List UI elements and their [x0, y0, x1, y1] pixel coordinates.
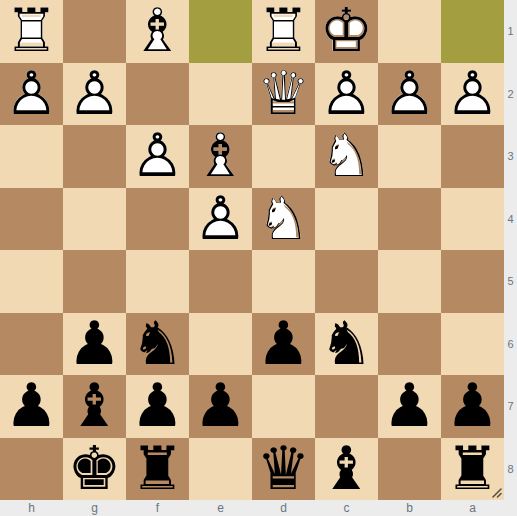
white-bishop-e3[interactable]: ♝♗	[189, 125, 252, 188]
white-pawn-g2[interactable]: ♟♙	[63, 63, 126, 126]
black-pawn-e7[interactable]: ♟	[189, 375, 252, 438]
square-g7[interactable]: ♝	[63, 375, 126, 438]
square-h8[interactable]	[0, 438, 63, 501]
square-e4[interactable]: ♟♙	[189, 188, 252, 251]
black-knight-c6[interactable]: ♞	[315, 313, 378, 376]
square-f5[interactable]	[126, 250, 189, 313]
square-d3[interactable]	[252, 125, 315, 188]
square-c3[interactable]: ♞♘	[315, 125, 378, 188]
square-c8[interactable]: ♝	[315, 438, 378, 501]
square-e2[interactable]	[189, 63, 252, 126]
black-knight-f6[interactable]: ♞	[126, 313, 189, 376]
square-g1[interactable]	[63, 0, 126, 63]
black-rook-f8[interactable]: ♜	[126, 438, 189, 501]
square-a7[interactable]: ♟	[441, 375, 504, 438]
square-g6[interactable]: ♟	[63, 313, 126, 376]
white-rook-h1[interactable]: ♜♖	[0, 0, 63, 63]
square-d2[interactable]: ♛♕	[252, 63, 315, 126]
square-h1[interactable]: ♜♖	[0, 0, 63, 63]
square-b5[interactable]	[378, 250, 441, 313]
file-label-h: h	[0, 500, 63, 516]
file-label-f: f	[126, 500, 189, 516]
square-d8[interactable]: ♛	[252, 438, 315, 501]
square-f8[interactable]: ♜	[126, 438, 189, 501]
black-pawn-g6[interactable]: ♟	[63, 313, 126, 376]
square-d6[interactable]: ♟	[252, 313, 315, 376]
white-pawn-h2[interactable]: ♟♙	[0, 63, 63, 126]
board-resize-handle-icon[interactable]	[489, 485, 504, 500]
square-c1[interactable]: ♚♔	[315, 0, 378, 63]
rank-label-1: 1	[504, 0, 517, 63]
file-label-g: g	[63, 500, 126, 516]
chess-app: ♜♖♝♗♜♖♚♔♟♙♟♙♛♕♟♙♟♙♟♙♟♙♝♗♞♘♟♙♞♘♟♞♟♞♟♝♟♟♟♟…	[0, 0, 517, 516]
square-h5[interactable]	[0, 250, 63, 313]
black-pawn-a7[interactable]: ♟	[441, 375, 504, 438]
black-queen-d8[interactable]: ♛	[252, 438, 315, 501]
square-e8[interactable]	[189, 438, 252, 501]
white-pawn-a2[interactable]: ♟♙	[441, 63, 504, 126]
square-e7[interactable]: ♟	[189, 375, 252, 438]
file-label-e: e	[189, 500, 252, 516]
square-g2[interactable]: ♟♙	[63, 63, 126, 126]
black-pawn-h7[interactable]: ♟	[0, 375, 63, 438]
square-h2[interactable]: ♟♙	[0, 63, 63, 126]
square-g8[interactable]: ♚	[63, 438, 126, 501]
rank-label-6: 6	[504, 313, 517, 376]
square-f1[interactable]: ♝♗	[126, 0, 189, 63]
square-b1[interactable]	[378, 0, 441, 63]
file-coordinates: hgfedcba	[0, 500, 504, 516]
square-d1[interactable]: ♜♖	[252, 0, 315, 63]
white-queen-d2[interactable]: ♛♕	[252, 63, 315, 126]
black-pawn-f7[interactable]: ♟	[126, 375, 189, 438]
rank-label-2: 2	[504, 63, 517, 126]
file-label-c: c	[315, 500, 378, 516]
square-a5[interactable]	[441, 250, 504, 313]
square-f4[interactable]	[126, 188, 189, 251]
square-e6[interactable]	[189, 313, 252, 376]
white-rook-d1[interactable]: ♜♖	[252, 0, 315, 63]
square-a6[interactable]	[441, 313, 504, 376]
square-d7[interactable]	[252, 375, 315, 438]
white-bishop-f1[interactable]: ♝♗	[126, 0, 189, 63]
black-bishop-c8[interactable]: ♝	[315, 438, 378, 501]
square-b6[interactable]	[378, 313, 441, 376]
rank-label-5: 5	[504, 250, 517, 313]
square-g3[interactable]	[63, 125, 126, 188]
file-label-a: a	[441, 500, 504, 516]
square-g4[interactable]	[63, 188, 126, 251]
black-pawn-b7[interactable]: ♟	[378, 375, 441, 438]
square-a1[interactable]	[441, 0, 504, 63]
chess-board: ♜♖♝♗♜♖♚♔♟♙♟♙♛♕♟♙♟♙♟♙♟♙♝♗♞♘♟♙♞♘♟♞♟♞♟♝♟♟♟♟…	[0, 0, 504, 500]
square-e1[interactable]	[189, 0, 252, 63]
square-c2[interactable]: ♟♙	[315, 63, 378, 126]
white-king-c1[interactable]: ♚♔	[315, 0, 378, 63]
square-a3[interactable]	[441, 125, 504, 188]
square-b3[interactable]	[378, 125, 441, 188]
rank-label-7: 7	[504, 375, 517, 438]
rank-label-4: 4	[504, 188, 517, 251]
square-f7[interactable]: ♟	[126, 375, 189, 438]
square-c4[interactable]	[315, 188, 378, 251]
square-d4[interactable]: ♞♘	[252, 188, 315, 251]
square-h6[interactable]	[0, 313, 63, 376]
square-c7[interactable]	[315, 375, 378, 438]
square-h3[interactable]	[0, 125, 63, 188]
rank-coordinates: 12345678	[504, 0, 517, 500]
square-f3[interactable]: ♟♙	[126, 125, 189, 188]
square-c5[interactable]	[315, 250, 378, 313]
white-pawn-f3[interactable]: ♟♙	[126, 125, 189, 188]
square-b4[interactable]	[378, 188, 441, 251]
square-b2[interactable]: ♟♙	[378, 63, 441, 126]
rank-label-3: 3	[504, 125, 517, 188]
square-b8[interactable]	[378, 438, 441, 501]
square-g5[interactable]	[63, 250, 126, 313]
square-e5[interactable]	[189, 250, 252, 313]
square-c6[interactable]: ♞	[315, 313, 378, 376]
square-h4[interactable]	[0, 188, 63, 251]
black-bishop-g7[interactable]: ♝	[63, 375, 126, 438]
black-king-g8[interactable]: ♚	[63, 438, 126, 501]
file-label-d: d	[252, 500, 315, 516]
square-a2[interactable]: ♟♙	[441, 63, 504, 126]
white-pawn-e4[interactable]: ♟♙	[189, 188, 252, 251]
square-e3[interactable]: ♝♗	[189, 125, 252, 188]
white-pawn-c2[interactable]: ♟♙	[315, 63, 378, 126]
white-pawn-b2[interactable]: ♟♙	[378, 63, 441, 126]
square-f6[interactable]: ♞	[126, 313, 189, 376]
square-b7[interactable]: ♟	[378, 375, 441, 438]
square-f2[interactable]	[126, 63, 189, 126]
white-knight-d4[interactable]: ♞♘	[252, 188, 315, 251]
square-a4[interactable]	[441, 188, 504, 251]
file-label-b: b	[378, 500, 441, 516]
square-d5[interactable]	[252, 250, 315, 313]
square-h7[interactable]: ♟	[0, 375, 63, 438]
white-knight-c3[interactable]: ♞♘	[315, 125, 378, 188]
black-pawn-d6[interactable]: ♟	[252, 313, 315, 376]
rank-label-8: 8	[504, 438, 517, 501]
